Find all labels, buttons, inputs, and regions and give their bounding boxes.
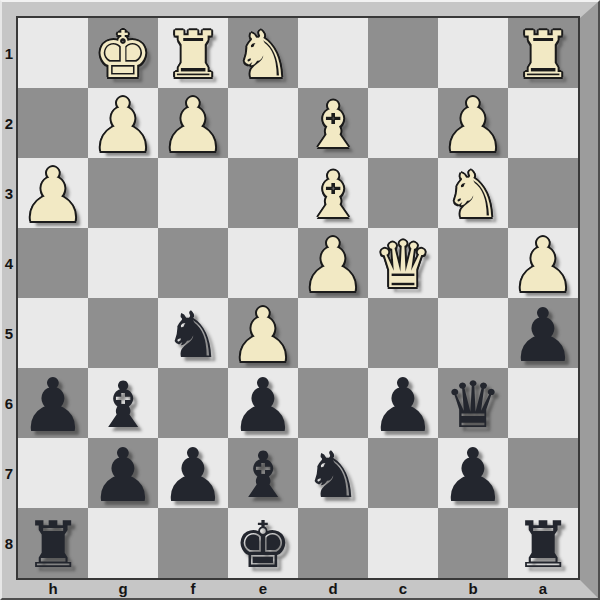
file-label-b: b — [438, 580, 508, 596]
square-g1[interactable]: ♚ — [88, 18, 158, 88]
black-knight-icon: ♞ — [304, 443, 361, 507]
rank-label-8: 8 — [2, 508, 16, 578]
square-f4[interactable] — [158, 228, 228, 298]
square-f2[interactable]: ♟ — [158, 88, 228, 158]
square-a6[interactable] — [508, 368, 578, 438]
square-b6[interactable]: ♛ — [438, 368, 508, 438]
square-b5[interactable] — [438, 298, 508, 368]
rank-labels: 1 2 3 4 5 6 7 8 — [2, 18, 16, 578]
file-label-d: d — [298, 580, 368, 596]
square-e5[interactable]: ♟ — [228, 298, 298, 368]
square-d5[interactable] — [298, 298, 368, 368]
square-g6[interactable]: ♝ — [88, 368, 158, 438]
square-d2[interactable]: ♝ — [298, 88, 368, 158]
black-pawn-icon: ♟ — [510, 298, 576, 372]
square-e1[interactable]: ♞ — [228, 18, 298, 88]
white-pawn-icon: ♟ — [20, 158, 86, 232]
square-g8[interactable] — [88, 508, 158, 578]
square-h1[interactable] — [18, 18, 88, 88]
white-pawn-icon: ♟ — [230, 298, 296, 372]
square-h8[interactable]: ♜ — [18, 508, 88, 578]
square-f7[interactable]: ♟ — [158, 438, 228, 508]
square-d1[interactable] — [298, 18, 368, 88]
white-queen-icon: ♛ — [374, 233, 431, 297]
file-label-a: a — [508, 580, 578, 596]
square-g7[interactable]: ♟ — [88, 438, 158, 508]
square-e2[interactable] — [228, 88, 298, 158]
square-a2[interactable] — [508, 88, 578, 158]
square-b7[interactable]: ♟ — [438, 438, 508, 508]
square-h2[interactable] — [18, 88, 88, 158]
square-e4[interactable] — [228, 228, 298, 298]
white-bishop-icon: ♝ — [304, 93, 361, 157]
black-queen-icon: ♛ — [444, 373, 501, 437]
white-knight-icon: ♞ — [444, 163, 501, 227]
black-pawn-icon: ♟ — [440, 438, 506, 512]
square-c4[interactable]: ♛ — [368, 228, 438, 298]
diagram-frame: 1 2 3 4 5 6 7 8 ♚♜♞♜♟♟♝♟♟♝♞♟♛♟♞♟♟♟♝♟♟♛♟♟… — [0, 0, 600, 600]
square-c8[interactable] — [368, 508, 438, 578]
square-g2[interactable]: ♟ — [88, 88, 158, 158]
white-rook-icon: ♜ — [514, 23, 571, 87]
black-pawn-icon: ♟ — [90, 438, 156, 512]
white-knight-icon: ♞ — [234, 23, 291, 87]
square-f6[interactable] — [158, 368, 228, 438]
square-a3[interactable] — [508, 158, 578, 228]
black-bishop-icon: ♝ — [94, 373, 151, 437]
square-d3[interactable]: ♝ — [298, 158, 368, 228]
square-a8[interactable]: ♜ — [508, 508, 578, 578]
square-g5[interactable] — [88, 298, 158, 368]
square-b3[interactable]: ♞ — [438, 158, 508, 228]
file-label-g: g — [88, 580, 158, 596]
rank-label-7: 7 — [2, 438, 16, 508]
black-king-icon: ♚ — [234, 513, 291, 577]
black-pawn-icon: ♟ — [160, 438, 226, 512]
rank-label-4: 4 — [2, 228, 16, 298]
chess-board: ♚♜♞♜♟♟♝♟♟♝♞♟♛♟♞♟♟♟♝♟♟♛♟♟♝♞♟♜♚♜ — [16, 16, 580, 580]
square-h3[interactable]: ♟ — [18, 158, 88, 228]
square-b1[interactable] — [438, 18, 508, 88]
square-e8[interactable]: ♚ — [228, 508, 298, 578]
square-c1[interactable] — [368, 18, 438, 88]
square-a4[interactable]: ♟ — [508, 228, 578, 298]
rank-label-5: 5 — [2, 298, 16, 368]
black-pawn-icon: ♟ — [370, 368, 436, 442]
file-label-e: e — [228, 580, 298, 596]
file-label-h: h — [18, 580, 88, 596]
black-knight-icon: ♞ — [164, 303, 221, 367]
frame-right-shading — [580, 2, 598, 598]
square-d6[interactable] — [298, 368, 368, 438]
square-f8[interactable] — [158, 508, 228, 578]
square-f1[interactable]: ♜ — [158, 18, 228, 88]
file-label-f: f — [158, 580, 228, 596]
square-c7[interactable] — [368, 438, 438, 508]
white-pawn-icon: ♟ — [300, 228, 366, 302]
square-d7[interactable]: ♞ — [298, 438, 368, 508]
white-king-icon: ♚ — [94, 23, 151, 87]
white-pawn-icon: ♟ — [90, 88, 156, 162]
square-e7[interactable]: ♝ — [228, 438, 298, 508]
square-a5[interactable]: ♟ — [508, 298, 578, 368]
white-pawn-icon: ♟ — [440, 88, 506, 162]
square-c6[interactable]: ♟ — [368, 368, 438, 438]
square-g4[interactable] — [88, 228, 158, 298]
square-b4[interactable] — [438, 228, 508, 298]
square-b2[interactable]: ♟ — [438, 88, 508, 158]
square-f5[interactable]: ♞ — [158, 298, 228, 368]
rank-label-2: 2 — [2, 88, 16, 158]
file-label-c: c — [368, 580, 438, 596]
white-rook-icon: ♜ — [164, 23, 221, 87]
rank-label-1: 1 — [2, 18, 16, 88]
file-labels: h g f e d c b a — [18, 580, 578, 596]
rank-label-3: 3 — [2, 158, 16, 228]
white-bishop-icon: ♝ — [304, 163, 361, 227]
square-a1[interactable]: ♜ — [508, 18, 578, 88]
black-rook-icon: ♜ — [514, 513, 571, 577]
square-f3[interactable] — [158, 158, 228, 228]
square-d8[interactable] — [298, 508, 368, 578]
white-pawn-icon: ♟ — [160, 88, 226, 162]
square-h6[interactable]: ♟ — [18, 368, 88, 438]
square-d4[interactable]: ♟ — [298, 228, 368, 298]
square-h5[interactable] — [18, 298, 88, 368]
square-a7[interactable] — [508, 438, 578, 508]
square-h4[interactable] — [18, 228, 88, 298]
square-e3[interactable] — [228, 158, 298, 228]
square-h7[interactable] — [18, 438, 88, 508]
square-g3[interactable] — [88, 158, 158, 228]
black-bishop-icon: ♝ — [234, 443, 291, 507]
square-c3[interactable] — [368, 158, 438, 228]
black-rook-icon: ♜ — [24, 513, 81, 577]
rank-label-6: 6 — [2, 368, 16, 438]
square-e6[interactable]: ♟ — [228, 368, 298, 438]
square-c5[interactable] — [368, 298, 438, 368]
white-pawn-icon: ♟ — [510, 228, 576, 302]
black-pawn-icon: ♟ — [20, 368, 86, 442]
square-b8[interactable] — [438, 508, 508, 578]
black-pawn-icon: ♟ — [230, 368, 296, 442]
square-c2[interactable] — [368, 88, 438, 158]
